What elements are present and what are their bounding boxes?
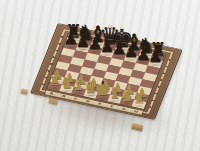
file-label-h: H (130, 109, 143, 114)
chess-set-photo: ABCDEFGH ♜♞♝♛♚♝♞♜♟♟♟♟♟♟♟♟♟♟♟♟♟♟♟♟♜♞♝♛♚♝♞… (0, 0, 200, 151)
